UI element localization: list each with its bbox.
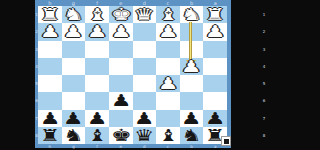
square-b2[interactable] [180, 23, 204, 40]
square-b6[interactable] [180, 92, 204, 109]
square-d2[interactable] [133, 23, 157, 40]
square-b8[interactable]: ♞ [180, 127, 204, 144]
square-c7[interactable] [156, 110, 180, 127]
rank-label: 5 [262, 75, 266, 92]
square-g3[interactable] [62, 41, 86, 58]
piece-wQ: ♛ [134, 6, 155, 23]
piece-wB: ♝ [87, 6, 108, 23]
piece-wP: ♟ [39, 23, 60, 40]
rank-label: 8 [262, 127, 266, 144]
side-to-move-indicator [221, 136, 231, 146]
piece-bP: ♟ [134, 109, 155, 126]
square-e7[interactable] [109, 110, 133, 127]
rank-label: 1 [262, 6, 266, 23]
square-e2[interactable]: ♟ [109, 23, 133, 40]
square-f8[interactable]: ♝ [85, 127, 109, 144]
file-label: b [180, 144, 204, 148]
square-a7[interactable]: ♟ [203, 110, 227, 127]
piece-wP: ♟ [158, 23, 179, 40]
rank-label: 6 [262, 92, 266, 109]
piece-bP: ♟ [181, 109, 202, 126]
piece-wN: ♞ [181, 6, 202, 23]
square-f7[interactable]: ♟ [85, 110, 109, 127]
square-h4[interactable] [38, 58, 62, 75]
piece-bB: ♝ [87, 127, 108, 144]
square-b3[interactable] [180, 41, 204, 58]
file-labels-bottom: hgfedcba [38, 144, 227, 148]
piece-wR: ♜ [39, 6, 60, 23]
square-e4[interactable] [109, 58, 133, 75]
board-grid: ♜♞♝♚♛♝♞♜♟♟♟♟♟♟♟♟♟♟♟♟♟♟♟♜♞♝♚♛♝♞♜ [38, 6, 227, 144]
square-h3[interactable] [38, 41, 62, 58]
square-c2[interactable]: ♟ [156, 23, 180, 40]
piece-bP: ♟ [63, 109, 84, 126]
piece-bB: ♝ [158, 127, 179, 144]
square-b4[interactable]: ♟ [180, 58, 204, 75]
square-h1[interactable]: ♜ [38, 6, 62, 23]
square-e5[interactable] [109, 75, 133, 92]
square-e1[interactable]: ♚ [109, 6, 133, 23]
square-c1[interactable]: ♝ [156, 6, 180, 23]
piece-bP: ♟ [87, 109, 108, 126]
rank-label: 2 [262, 23, 266, 40]
square-a5[interactable] [203, 75, 227, 92]
square-a1[interactable]: ♜ [203, 6, 227, 23]
piece-wP: ♟ [205, 23, 226, 40]
square-d8[interactable]: ♛ [133, 127, 157, 144]
square-f2[interactable]: ♟ [85, 23, 109, 40]
piece-wP: ♟ [158, 75, 179, 92]
piece-wR: ♜ [205, 6, 226, 23]
piece-bR: ♜ [39, 127, 60, 144]
square-a6[interactable] [203, 92, 227, 109]
square-e6[interactable]: ♟ [109, 92, 133, 109]
piece-wP: ♟ [181, 58, 202, 75]
square-a2[interactable]: ♟ [203, 23, 227, 40]
square-g6[interactable] [62, 92, 86, 109]
square-g5[interactable] [62, 75, 86, 92]
square-f6[interactable] [85, 92, 109, 109]
piece-bP: ♟ [39, 109, 60, 126]
square-f4[interactable] [85, 58, 109, 75]
file-label: f [85, 144, 109, 148]
file-label: h [38, 144, 62, 148]
rank-label: 3 [262, 41, 266, 58]
square-f3[interactable] [85, 41, 109, 58]
file-label: g [62, 144, 86, 148]
piece-bP: ♟ [110, 92, 131, 109]
square-h5[interactable] [38, 75, 62, 92]
rank-label: 7 [262, 110, 266, 127]
file-label: e [109, 144, 133, 148]
square-c3[interactable] [156, 41, 180, 58]
piece-bN: ♞ [181, 127, 202, 144]
square-f1[interactable]: ♝ [85, 6, 109, 23]
piece-wP: ♟ [63, 23, 84, 40]
square-h6[interactable] [38, 92, 62, 109]
square-a4[interactable] [203, 58, 227, 75]
square-c8[interactable]: ♝ [156, 127, 180, 144]
chess-board: hgfedcba hgfedcba 12345678 12345678 ♜♞♝♚… [35, 0, 231, 148]
piece-bN: ♞ [63, 127, 84, 144]
square-h7[interactable]: ♟ [38, 110, 62, 127]
piece-bK: ♚ [110, 127, 131, 144]
rank-labels-right: 12345678 [262, 6, 266, 144]
square-f5[interactable] [85, 75, 109, 92]
square-h2[interactable]: ♟ [38, 23, 62, 40]
square-e8[interactable]: ♚ [109, 127, 133, 144]
piece-wK: ♚ [110, 6, 131, 23]
square-g7[interactable]: ♟ [62, 110, 86, 127]
square-d1[interactable]: ♛ [133, 6, 157, 23]
file-label: c [156, 144, 180, 148]
square-c5[interactable]: ♟ [156, 75, 180, 92]
file-label: d [133, 144, 157, 148]
square-d3[interactable] [133, 41, 157, 58]
piece-wB: ♝ [158, 6, 179, 23]
square-b7[interactable]: ♟ [180, 110, 204, 127]
square-d5[interactable] [133, 75, 157, 92]
piece-wP: ♟ [110, 23, 131, 40]
square-h8[interactable]: ♜ [38, 127, 62, 144]
square-g4[interactable] [62, 58, 86, 75]
square-d4[interactable] [133, 58, 157, 75]
square-c4[interactable] [156, 58, 180, 75]
square-d6[interactable] [133, 92, 157, 109]
square-c6[interactable] [156, 92, 180, 109]
piece-bP: ♟ [205, 109, 226, 126]
square-d7[interactable]: ♟ [133, 110, 157, 127]
piece-bQ: ♛ [134, 127, 155, 144]
square-g2[interactable]: ♟ [62, 23, 86, 40]
black-to-move-icon [224, 139, 229, 144]
square-g8[interactable]: ♞ [62, 127, 86, 144]
square-b1[interactable]: ♞ [180, 6, 204, 23]
piece-wP: ♟ [87, 23, 108, 40]
square-b5[interactable] [180, 75, 204, 92]
square-g1[interactable]: ♞ [62, 6, 86, 23]
square-e3[interactable] [109, 41, 133, 58]
square-a3[interactable] [203, 41, 227, 58]
rank-label: 4 [262, 58, 266, 75]
piece-wN: ♞ [63, 6, 84, 23]
